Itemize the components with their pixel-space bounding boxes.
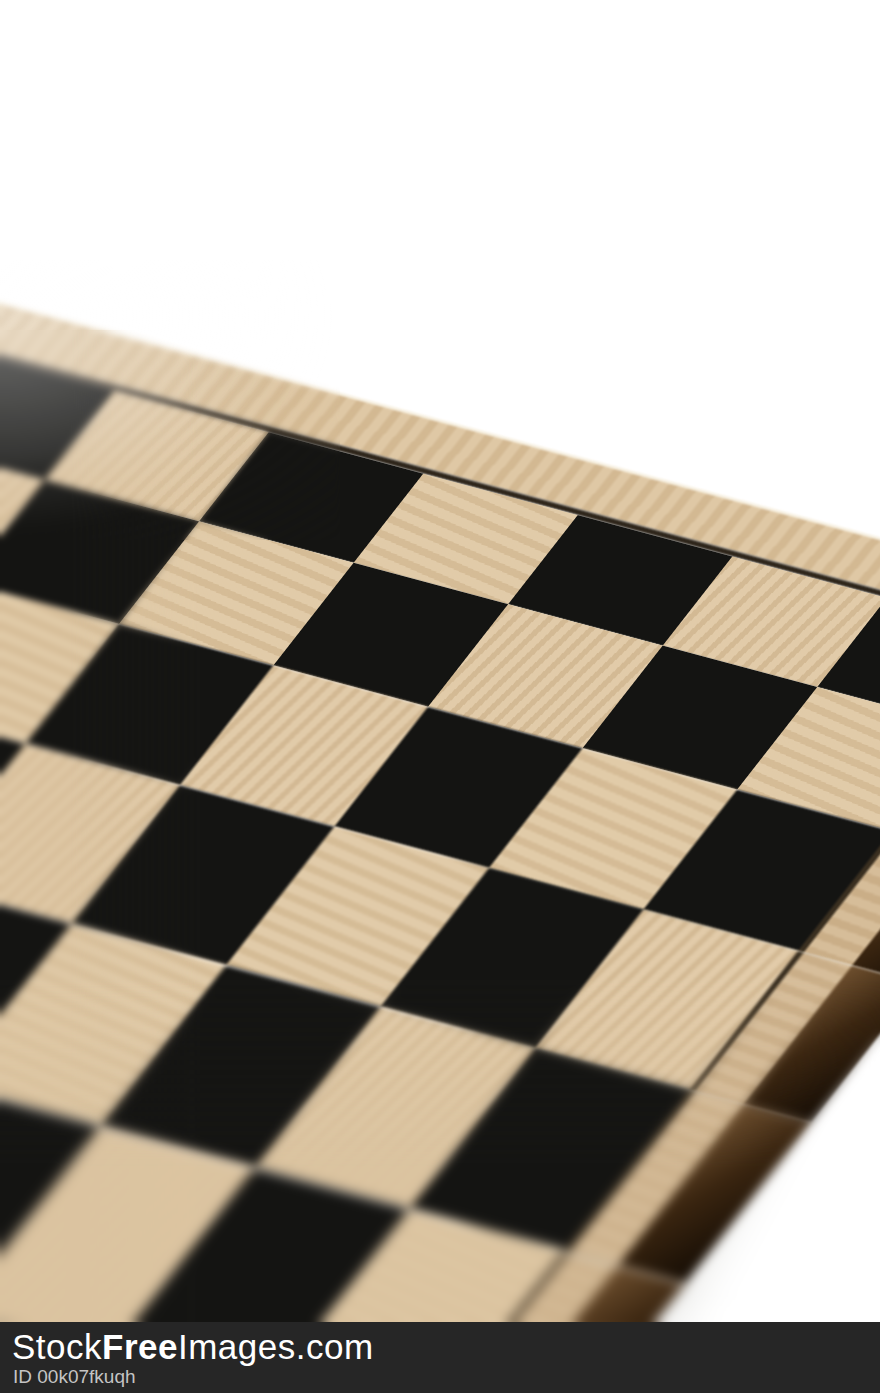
watermark-images: Images.com (178, 1327, 374, 1366)
watermark-id-text: ID 00k07fkuqh (13, 1366, 880, 1388)
watermark-site-text: StockFreeImages.com (12, 1328, 880, 1366)
watermark-free: Free (102, 1327, 178, 1366)
watermark-bar: StockFreeImages.com ID 00k07fkuqh (0, 1322, 880, 1393)
photo-stage: StockFreeImages.com ID 00k07fkuqh (0, 0, 880, 1393)
watermark-stock: Stock (12, 1327, 102, 1366)
